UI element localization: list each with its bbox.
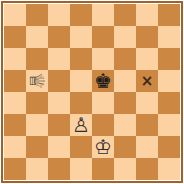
square-b6[interactable] xyxy=(26,48,48,70)
square-a5[interactable] xyxy=(4,70,26,92)
square-d5[interactable] xyxy=(70,70,92,92)
square-f3[interactable] xyxy=(114,114,136,136)
square-d6[interactable] xyxy=(70,48,92,70)
square-b5[interactable]: ♕ xyxy=(26,70,48,92)
square-e6[interactable] xyxy=(92,48,114,70)
square-d1[interactable] xyxy=(70,158,92,180)
square-c5[interactable] xyxy=(48,70,70,92)
square-a4[interactable] xyxy=(4,92,26,114)
chess-board-frame: ♕♚×♙♔ xyxy=(1,1,183,183)
square-f5[interactable] xyxy=(114,70,136,92)
square-f7[interactable] xyxy=(114,26,136,48)
square-f2[interactable] xyxy=(114,136,136,158)
square-d8[interactable] xyxy=(70,4,92,26)
square-h1[interactable] xyxy=(158,158,180,180)
square-h6[interactable] xyxy=(158,48,180,70)
square-g2[interactable] xyxy=(136,136,158,158)
square-b8[interactable] xyxy=(26,4,48,26)
square-c4[interactable] xyxy=(48,92,70,114)
piece-white-pawn[interactable]: ♙ xyxy=(72,114,90,136)
square-e1[interactable] xyxy=(92,158,114,180)
square-h3[interactable] xyxy=(158,114,180,136)
square-c3[interactable] xyxy=(48,114,70,136)
square-d3[interactable]: ♙ xyxy=(70,114,92,136)
piece-black-king[interactable]: ♚ xyxy=(94,70,112,92)
piece-white-queen[interactable]: ♕ xyxy=(26,72,48,90)
square-h7[interactable] xyxy=(158,26,180,48)
square-c2[interactable] xyxy=(48,136,70,158)
square-h2[interactable] xyxy=(158,136,180,158)
square-c1[interactable] xyxy=(48,158,70,180)
square-h8[interactable] xyxy=(158,4,180,26)
square-d4[interactable] xyxy=(70,92,92,114)
square-g1[interactable] xyxy=(136,158,158,180)
square-f8[interactable] xyxy=(114,4,136,26)
square-a7[interactable] xyxy=(4,26,26,48)
square-c6[interactable] xyxy=(48,48,70,70)
chess-board: ♕♚×♙♔ xyxy=(4,4,180,180)
square-d7[interactable] xyxy=(70,26,92,48)
square-e4[interactable] xyxy=(92,92,114,114)
square-g5[interactable]: × xyxy=(136,70,158,92)
square-f1[interactable] xyxy=(114,158,136,180)
square-g6[interactable] xyxy=(136,48,158,70)
square-b7[interactable] xyxy=(26,26,48,48)
square-e3[interactable] xyxy=(92,114,114,136)
square-e7[interactable] xyxy=(92,26,114,48)
square-f6[interactable] xyxy=(114,48,136,70)
square-e8[interactable] xyxy=(92,4,114,26)
square-g7[interactable] xyxy=(136,26,158,48)
square-g4[interactable] xyxy=(136,92,158,114)
square-a3[interactable] xyxy=(4,114,26,136)
square-a2[interactable] xyxy=(4,136,26,158)
x-mark: × xyxy=(141,70,154,92)
square-h5[interactable] xyxy=(158,70,180,92)
square-c7[interactable] xyxy=(48,26,70,48)
square-b4[interactable] xyxy=(26,92,48,114)
square-g3[interactable] xyxy=(136,114,158,136)
square-e5[interactable]: ♚ xyxy=(92,70,114,92)
piece-white-king[interactable]: ♔ xyxy=(94,136,112,158)
square-e2[interactable]: ♔ xyxy=(92,136,114,158)
square-a8[interactable] xyxy=(4,4,26,26)
square-f4[interactable] xyxy=(114,92,136,114)
square-b3[interactable] xyxy=(26,114,48,136)
square-b1[interactable] xyxy=(26,158,48,180)
square-a1[interactable] xyxy=(4,158,26,180)
square-a6[interactable] xyxy=(4,48,26,70)
square-h4[interactable] xyxy=(158,92,180,114)
square-g8[interactable] xyxy=(136,4,158,26)
square-c8[interactable] xyxy=(48,4,70,26)
square-d2[interactable] xyxy=(70,136,92,158)
square-b2[interactable] xyxy=(26,136,48,158)
